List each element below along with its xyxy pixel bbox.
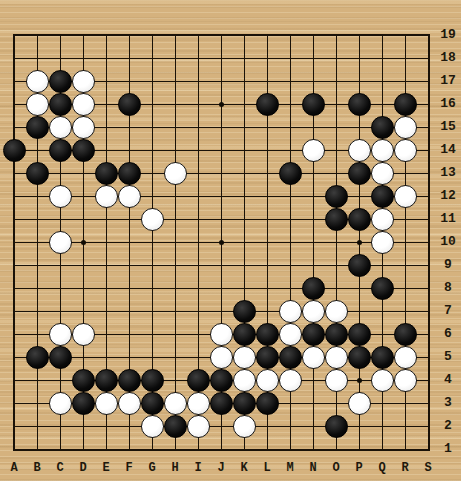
black-stone-n6[interactable] <box>302 323 325 346</box>
row-label-15: 15 <box>435 119 461 135</box>
row-label-18: 18 <box>435 50 461 66</box>
white-stone-p14[interactable] <box>348 139 371 162</box>
star-point-j16 <box>219 102 224 107</box>
white-stone-e12[interactable] <box>95 185 118 208</box>
column-label-a: A <box>3 461 25 475</box>
black-stone-b15[interactable] <box>26 116 49 139</box>
white-stone-j6[interactable] <box>210 323 233 346</box>
black-stone-q15[interactable] <box>371 116 394 139</box>
black-stone-b5[interactable] <box>26 346 49 369</box>
black-stone-q5[interactable] <box>371 346 394 369</box>
white-stone-q4[interactable] <box>371 369 394 392</box>
black-stone-d14[interactable] <box>72 139 95 162</box>
black-stone-p9[interactable] <box>348 254 371 277</box>
black-stone-r16[interactable] <box>394 93 417 116</box>
black-stone-d4[interactable] <box>72 369 95 392</box>
white-stone-q14[interactable] <box>371 139 394 162</box>
black-stone-j4[interactable] <box>210 369 233 392</box>
black-stone-c16[interactable] <box>49 93 72 116</box>
white-stone-d16[interactable] <box>72 93 95 116</box>
white-stone-d17[interactable] <box>72 70 95 93</box>
white-stone-h13[interactable] <box>164 162 187 185</box>
white-stone-g2[interactable] <box>141 415 164 438</box>
black-stone-n16[interactable] <box>302 93 325 116</box>
column-label-b: B <box>26 461 48 475</box>
black-stone-d3[interactable] <box>72 392 95 415</box>
row-label-19: 19 <box>435 27 461 43</box>
white-stone-k4[interactable] <box>233 369 256 392</box>
white-stone-m4[interactable] <box>279 369 302 392</box>
black-stone-c14[interactable] <box>49 139 72 162</box>
white-stone-c12[interactable] <box>49 185 72 208</box>
star-point-j10 <box>219 240 224 245</box>
black-stone-e4[interactable] <box>95 369 118 392</box>
star-point-p4 <box>357 378 362 383</box>
white-stone-c3[interactable] <box>49 392 72 415</box>
black-stone-l5[interactable] <box>256 346 279 369</box>
white-stone-q11[interactable] <box>371 208 394 231</box>
black-stone-e13[interactable] <box>95 162 118 185</box>
white-stone-p3[interactable] <box>348 392 371 415</box>
black-stone-f16[interactable] <box>118 93 141 116</box>
row-label-13: 13 <box>435 165 461 181</box>
black-stone-b13[interactable] <box>26 162 49 185</box>
black-stone-o11[interactable] <box>325 208 348 231</box>
black-stone-p5[interactable] <box>348 346 371 369</box>
white-stone-r15[interactable] <box>394 116 417 139</box>
black-stone-a14[interactable] <box>3 139 26 162</box>
black-stone-c17[interactable] <box>49 70 72 93</box>
column-label-f: F <box>118 461 140 475</box>
black-stone-i4[interactable] <box>187 369 210 392</box>
black-stone-q12[interactable] <box>371 185 394 208</box>
white-stone-o7[interactable] <box>325 300 348 323</box>
white-stone-f12[interactable] <box>118 185 141 208</box>
row-label-11: 11 <box>435 211 461 227</box>
column-label-m: M <box>279 461 301 475</box>
column-label-e: E <box>95 461 117 475</box>
black-stone-p11[interactable] <box>348 208 371 231</box>
black-stone-c5[interactable] <box>49 346 72 369</box>
column-label-d: D <box>72 461 94 475</box>
column-label-q: Q <box>371 461 393 475</box>
black-stone-l16[interactable] <box>256 93 279 116</box>
white-stone-d6[interactable] <box>72 323 95 346</box>
white-stone-c15[interactable] <box>49 116 72 139</box>
white-stone-j5[interactable] <box>210 346 233 369</box>
white-stone-e3[interactable] <box>95 392 118 415</box>
white-stone-f3[interactable] <box>118 392 141 415</box>
black-stone-g4[interactable] <box>141 369 164 392</box>
black-stone-k7[interactable] <box>233 300 256 323</box>
row-label-6: 6 <box>435 326 461 342</box>
row-label-5: 5 <box>435 349 461 365</box>
white-stone-o4[interactable] <box>325 369 348 392</box>
go-board-diagram: ABCDEFGHIJKLMNOPQRS 19181716151413121110… <box>0 0 461 481</box>
black-stone-k6[interactable] <box>233 323 256 346</box>
white-stone-m7[interactable] <box>279 300 302 323</box>
white-stone-r4[interactable] <box>394 369 417 392</box>
column-label-l: L <box>256 461 278 475</box>
black-stone-n8[interactable] <box>302 277 325 300</box>
white-stone-n5[interactable] <box>302 346 325 369</box>
black-stone-o2[interactable] <box>325 415 348 438</box>
row-label-7: 7 <box>435 303 461 319</box>
white-stone-d15[interactable] <box>72 116 95 139</box>
column-label-j: J <box>210 461 232 475</box>
column-label-s: S <box>417 461 439 475</box>
white-stone-n14[interactable] <box>302 139 325 162</box>
white-stone-r14[interactable] <box>394 139 417 162</box>
black-stone-g3[interactable] <box>141 392 164 415</box>
black-stone-h2[interactable] <box>164 415 187 438</box>
black-stone-o6[interactable] <box>325 323 348 346</box>
white-stone-h3[interactable] <box>164 392 187 415</box>
black-stone-l3[interactable] <box>256 392 279 415</box>
column-label-h: H <box>164 461 186 475</box>
white-stone-o5[interactable] <box>325 346 348 369</box>
white-stone-c10[interactable] <box>49 231 72 254</box>
white-stone-g11[interactable] <box>141 208 164 231</box>
white-stone-m6[interactable] <box>279 323 302 346</box>
white-stone-b16[interactable] <box>26 93 49 116</box>
row-label-1: 1 <box>435 441 461 457</box>
row-label-2: 2 <box>435 418 461 434</box>
black-stone-p16[interactable] <box>348 93 371 116</box>
white-stone-k5[interactable] <box>233 346 256 369</box>
white-stone-k2[interactable] <box>233 415 256 438</box>
white-stone-b17[interactable] <box>26 70 49 93</box>
black-stone-f4[interactable] <box>118 369 141 392</box>
black-stone-p6[interactable] <box>348 323 371 346</box>
black-stone-o12[interactable] <box>325 185 348 208</box>
row-label-3: 3 <box>435 395 461 411</box>
star-point-d10 <box>81 240 86 245</box>
row-label-17: 17 <box>435 73 461 89</box>
black-stone-p13[interactable] <box>348 162 371 185</box>
column-label-n: N <box>302 461 324 475</box>
white-stone-c6[interactable] <box>49 323 72 346</box>
white-stone-r5[interactable] <box>394 346 417 369</box>
column-label-k: K <box>233 461 255 475</box>
row-label-12: 12 <box>435 188 461 204</box>
black-stone-m13[interactable] <box>279 162 302 185</box>
row-label-10: 10 <box>435 234 461 250</box>
column-label-g: G <box>141 461 163 475</box>
black-stone-l6[interactable] <box>256 323 279 346</box>
white-stone-q10[interactable] <box>371 231 394 254</box>
row-label-16: 16 <box>435 96 461 112</box>
column-label-r: R <box>394 461 416 475</box>
row-label-8: 8 <box>435 280 461 296</box>
black-stone-f13[interactable] <box>118 162 141 185</box>
black-stone-j3[interactable] <box>210 392 233 415</box>
row-label-14: 14 <box>435 142 461 158</box>
column-label-o: O <box>325 461 347 475</box>
white-stone-r12[interactable] <box>394 185 417 208</box>
white-stone-i3[interactable] <box>187 392 210 415</box>
white-stone-q13[interactable] <box>371 162 394 185</box>
black-stone-r6[interactable] <box>394 323 417 346</box>
black-stone-k3[interactable] <box>233 392 256 415</box>
black-stone-m5[interactable] <box>279 346 302 369</box>
column-label-i: I <box>187 461 209 475</box>
white-stone-l4[interactable] <box>256 369 279 392</box>
star-point-p10 <box>357 240 362 245</box>
row-label-4: 4 <box>435 372 461 388</box>
white-stone-n7[interactable] <box>302 300 325 323</box>
column-label-p: P <box>348 461 370 475</box>
column-label-c: C <box>49 461 71 475</box>
row-label-9: 9 <box>435 257 461 273</box>
white-stone-i2[interactable] <box>187 415 210 438</box>
black-stone-q8[interactable] <box>371 277 394 300</box>
